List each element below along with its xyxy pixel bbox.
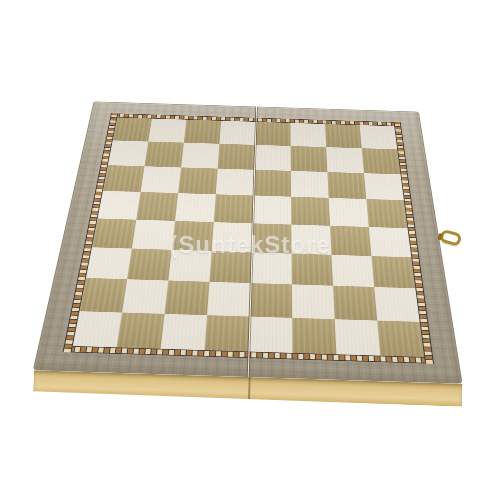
square-d8 <box>219 121 255 145</box>
square-b1 <box>117 312 165 348</box>
square-c7 <box>181 143 219 169</box>
square-f2 <box>292 285 335 319</box>
square-e1 <box>248 316 292 353</box>
square-d3 <box>209 251 251 283</box>
square-f6 <box>291 171 329 198</box>
square-d5 <box>214 194 254 223</box>
product-scene <box>0 0 500 500</box>
square-d4 <box>212 222 253 252</box>
square-c8 <box>184 120 221 144</box>
square-b6 <box>141 166 182 193</box>
square-e7 <box>254 145 291 171</box>
square-g8 <box>325 124 362 148</box>
square-c1 <box>161 314 207 351</box>
square-d6 <box>216 168 254 195</box>
square-c5 <box>175 193 216 222</box>
square-f7 <box>291 146 328 172</box>
square-f4 <box>291 224 331 254</box>
square-b4 <box>132 219 175 249</box>
square-g3 <box>331 255 374 287</box>
square-f5 <box>291 197 330 226</box>
square-h6 <box>364 173 404 200</box>
square-d1 <box>205 315 250 352</box>
square-h3 <box>371 256 415 288</box>
square-h8 <box>360 125 398 149</box>
square-a5 <box>98 191 141 220</box>
square-e3 <box>251 252 292 284</box>
square-b7 <box>144 142 183 168</box>
square-b2 <box>122 279 168 313</box>
square-a8 <box>113 117 152 141</box>
square-g4 <box>330 225 371 256</box>
square-d2 <box>207 282 251 316</box>
square-a6 <box>103 165 145 192</box>
square-g2 <box>333 286 377 320</box>
brass-clasp <box>439 229 463 247</box>
square-b5 <box>136 192 178 221</box>
square-g7 <box>326 147 364 173</box>
square-c2 <box>165 281 210 315</box>
square-c3 <box>168 250 211 282</box>
square-f8 <box>290 123 326 147</box>
square-h2 <box>374 287 419 321</box>
square-d7 <box>218 144 255 170</box>
square-c6 <box>178 167 217 194</box>
square-a3 <box>86 247 132 279</box>
square-c4 <box>172 221 214 251</box>
square-e5 <box>253 196 292 225</box>
square-h4 <box>369 227 412 258</box>
page-background: (SuntekStore <box>0 0 500 500</box>
square-g6 <box>327 172 366 199</box>
square-a2 <box>80 278 128 312</box>
square-e2 <box>250 283 293 317</box>
square-f1 <box>292 318 336 355</box>
square-e8 <box>255 122 291 146</box>
folding-chessboard <box>33 102 463 384</box>
square-e4 <box>252 223 292 253</box>
square-h5 <box>366 199 407 228</box>
square-h7 <box>362 148 401 174</box>
square-a1 <box>73 311 122 347</box>
square-g5 <box>329 198 369 227</box>
square-b8 <box>148 119 186 143</box>
square-g1 <box>335 319 381 356</box>
square-e6 <box>253 170 291 197</box>
square-a7 <box>108 141 148 167</box>
square-b3 <box>127 248 172 280</box>
square-a4 <box>92 218 136 248</box>
box-side-seam <box>247 377 250 400</box>
square-h1 <box>377 320 424 357</box>
square-f3 <box>292 253 333 285</box>
